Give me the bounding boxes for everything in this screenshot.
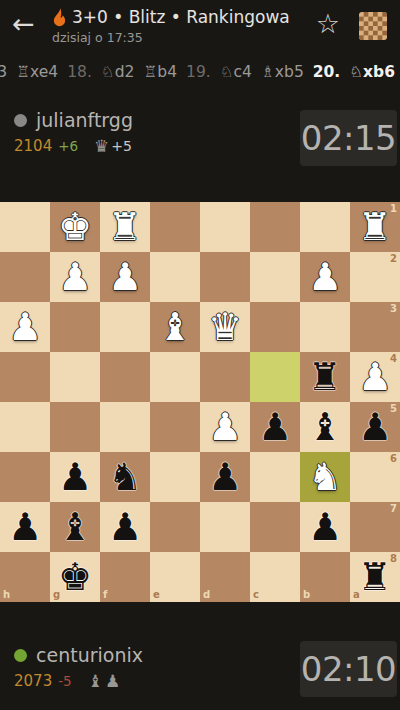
piece-bB-b5: ♝ (300, 402, 350, 452)
file-label: d (203, 590, 210, 600)
star-icon[interactable]: ☆ (316, 10, 340, 37)
square-g5[interactable] (50, 402, 100, 452)
player-bottom-rating-diff: -5 (58, 673, 71, 689)
square-h8[interactable]: h (0, 552, 50, 602)
piece-bR-b4: ♜ (300, 352, 350, 402)
piece-bB-g7: ♝ (50, 502, 100, 552)
square-f3[interactable] (100, 302, 150, 352)
player-top-material-score: +5 (111, 138, 132, 154)
piece-bN-f6: ♞ (100, 452, 150, 502)
rank-label: 7 (390, 504, 397, 514)
square-c6[interactable] (250, 452, 300, 502)
move-token[interactable]: 19. (186, 63, 211, 81)
piece-wQ-d3: ♛ (200, 302, 250, 352)
square-b8[interactable]: b (300, 552, 350, 602)
square-b2[interactable]: ♟ (300, 252, 350, 302)
square-a2[interactable]: 2 (350, 252, 400, 302)
file-label: b (303, 590, 310, 600)
piece-wK-g1: ♚ (50, 202, 100, 252)
online-dot (14, 649, 27, 662)
square-e4[interactable] (150, 352, 200, 402)
captured-queen-icon: ♛ (94, 138, 109, 155)
piece-bP-b7: ♟ (300, 502, 350, 552)
move-token[interactable]: ♘d2 (101, 63, 135, 81)
game-title: 3+0 • Blitz • Rankingowa (72, 7, 290, 27)
player-bottom: centurionix 2073 -5 ♝♟ (14, 644, 143, 690)
game-title-block: 3+0 • Blitz • Rankingowa dzisiaj o 17:35 (52, 7, 290, 45)
square-d6[interactable]: ♟ (200, 452, 250, 502)
square-d5[interactable]: ♟ (200, 402, 250, 452)
piece-wR-f1: ♜ (100, 202, 150, 252)
square-h5[interactable] (0, 402, 50, 452)
square-c3[interactable] (250, 302, 300, 352)
rank-label: 6 (390, 454, 397, 464)
move-token[interactable]: ♕xd3 (0, 63, 7, 81)
square-c2[interactable] (250, 252, 300, 302)
move-token[interactable]: 20. (313, 63, 340, 81)
square-d7[interactable] (200, 502, 250, 552)
player-bottom-rating: 2073 (14, 672, 52, 690)
square-c1[interactable] (250, 202, 300, 252)
piece-bK-g8: ♚ (50, 552, 100, 602)
move-token[interactable]: ♘xb6 (349, 63, 395, 81)
clock-bottom: 02:10 (300, 641, 397, 697)
move-token[interactable]: ♗xb5 (261, 63, 304, 81)
piece-bP-a5: ♟ (350, 402, 400, 452)
square-e7[interactable] (150, 502, 200, 552)
online-dot (14, 114, 27, 127)
square-d2[interactable] (200, 252, 250, 302)
square-f6[interactable]: ♞ (100, 452, 150, 502)
square-g7[interactable]: ♝ (50, 502, 100, 552)
piece-wP-b2: ♟ (300, 252, 350, 302)
square-h7[interactable]: ♟ (0, 502, 50, 552)
captured-bishop-icon: ♝ (88, 673, 103, 690)
piece-wP-h3: ♟ (0, 302, 50, 352)
square-g4[interactable] (50, 352, 100, 402)
square-h4[interactable] (0, 352, 50, 402)
square-f2[interactable]: ♟ (100, 252, 150, 302)
square-e6[interactable] (150, 452, 200, 502)
move-token[interactable]: 18. (67, 63, 92, 81)
square-h2[interactable] (0, 252, 50, 302)
player-top-name[interactable]: julianftrgg (36, 109, 133, 131)
square-f1[interactable]: ♜ (100, 202, 150, 252)
square-d4[interactable] (200, 352, 250, 402)
square-e5[interactable] (150, 402, 200, 452)
piece-bP-g6: ♟ (50, 452, 100, 502)
square-h6[interactable] (0, 452, 50, 502)
move-token[interactable]: ♘c4 (220, 63, 252, 81)
piece-bP-d6: ♟ (200, 452, 250, 502)
square-a7[interactable]: 7 (350, 502, 400, 552)
file-label: f (103, 590, 107, 600)
captured-pawn-icon: ♟ (105, 673, 120, 690)
square-b7[interactable]: ♟ (300, 502, 350, 552)
square-d3[interactable]: ♛ (200, 302, 250, 352)
chess-board: ♚♜1♜♟♟♟2♟♝♛3♜4♟♟♟♝5♟♟♞♟♞6♟♝♟♟7hg♚fedcb8a… (0, 202, 400, 602)
square-b6[interactable]: ♞ (300, 452, 350, 502)
player-top-captured: ♛ (94, 138, 109, 155)
square-f4[interactable] (100, 352, 150, 402)
piece-bP-h7: ♟ (0, 502, 50, 552)
square-e2[interactable] (150, 252, 200, 302)
clock-top: 02:15 (300, 110, 397, 166)
square-a5[interactable]: 5♟ (350, 402, 400, 452)
rank-label: 2 (390, 254, 397, 264)
square-g8[interactable]: g♚ (50, 552, 100, 602)
board-thumbnail-icon[interactable] (359, 12, 387, 40)
piece-wP-d5: ♟ (200, 402, 250, 452)
rank-label: 3 (390, 304, 397, 314)
square-h3[interactable]: ♟ (0, 302, 50, 352)
square-a8[interactable]: 8a♜ (350, 552, 400, 602)
square-a6[interactable]: 6 (350, 452, 400, 502)
square-a4[interactable]: 4♟ (350, 352, 400, 402)
piece-wP-a4: ♟ (350, 352, 400, 402)
move-token[interactable]: ♖b4 (143, 63, 177, 81)
square-c7[interactable] (250, 502, 300, 552)
square-b5[interactable]: ♝ (300, 402, 350, 452)
square-d1[interactable] (200, 202, 250, 252)
player-bottom-name[interactable]: centurionix (36, 644, 143, 666)
piece-wP-g2: ♟ (50, 252, 100, 302)
square-f5[interactable] (100, 402, 150, 452)
square-b3[interactable] (300, 302, 350, 352)
square-a1[interactable]: 1♜ (350, 202, 400, 252)
move-token[interactable]: ♖xe4 (16, 63, 58, 81)
square-b4[interactable]: ♜ (300, 352, 350, 402)
piece-bP-c5: ♟ (250, 402, 300, 452)
back-arrow-icon[interactable]: ← (12, 10, 35, 37)
square-c8[interactable]: c (250, 552, 300, 602)
square-f8[interactable]: f (100, 552, 150, 602)
player-top: julianftrgg 2104 +6 ♛ +5 (14, 109, 133, 155)
square-g1[interactable]: ♚ (50, 202, 100, 252)
game-date: dzisiaj o 17:35 (52, 30, 290, 45)
square-e3[interactable]: ♝ (150, 302, 200, 352)
header: ← 3+0 • Blitz • Rankingowa dzisiaj o 17:… (0, 0, 400, 56)
piece-bP-f7: ♟ (100, 502, 150, 552)
square-h1[interactable] (0, 202, 50, 252)
square-a3[interactable]: 3 (350, 302, 400, 352)
piece-wB-e3: ♝ (150, 302, 200, 352)
square-g2[interactable]: ♟ (50, 252, 100, 302)
piece-wP-f2: ♟ (100, 252, 150, 302)
flame-icon (52, 8, 67, 27)
file-label: h (3, 590, 10, 600)
piece-bR-a8: ♜ (350, 552, 400, 602)
file-label: c (253, 590, 259, 600)
file-label: e (153, 590, 160, 600)
square-e1[interactable] (150, 202, 200, 252)
player-top-rating: 2104 (14, 137, 52, 155)
piece-wR-a1: ♜ (350, 202, 400, 252)
square-c5[interactable]: ♟ (250, 402, 300, 452)
square-c4[interactable] (250, 352, 300, 402)
player-top-rating-diff: +6 (58, 138, 78, 154)
square-g3[interactable] (50, 302, 100, 352)
square-e8[interactable]: e (150, 552, 200, 602)
move-list: b1♘xd317.♕xd3♖xe418.♘d2♖b419.♘c4♗xb520.♘… (0, 57, 400, 87)
square-d8[interactable]: d (200, 552, 250, 602)
player-bottom-captured: ♝♟ (88, 673, 121, 690)
square-f7[interactable]: ♟ (100, 502, 150, 552)
square-g6[interactable]: ♟ (50, 452, 100, 502)
square-b1[interactable] (300, 202, 350, 252)
piece-wN-b6: ♞ (300, 452, 350, 502)
